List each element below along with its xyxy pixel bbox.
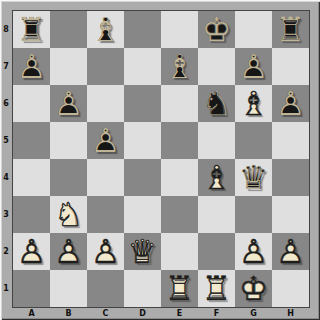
black-rook-icon[interactable]: ♜♖ (272, 11, 309, 48)
square-a3[interactable] (13, 196, 50, 233)
chess-board: ♜♖♝♗♚♔♜♖♟♙♝♗♟♙♟♙♞♘♝♗♟♙♟♙♝♗♛♕♞♘♟♙♟♙♟♙♛♕♟♙… (12, 10, 310, 308)
black-king-icon[interactable]: ♚♔ (198, 11, 235, 48)
white-bishop-icon[interactable]: ♝♗ (198, 159, 235, 196)
piece-outline-layer: ♗ (161, 48, 198, 85)
square-h3[interactable] (272, 196, 309, 233)
piece-outline-layer: ♖ (272, 11, 309, 48)
rank-label-7: 7 (0, 48, 12, 85)
square-a2[interactable]: ♟♙ (13, 233, 50, 270)
square-c3[interactable] (87, 196, 124, 233)
white-rook-icon[interactable]: ♜♖ (198, 270, 235, 307)
rank-label-5: 5 (0, 122, 12, 159)
square-d3[interactable] (124, 196, 161, 233)
square-c4[interactable] (87, 159, 124, 196)
square-c7[interactable] (87, 48, 124, 85)
rank-label-1: 1 (0, 270, 12, 307)
square-c5[interactable]: ♟♙ (87, 122, 124, 159)
square-b4[interactable] (50, 159, 87, 196)
square-a1[interactable] (13, 270, 50, 307)
white-queen-icon[interactable]: ♛♕ (124, 233, 161, 270)
piece-outline-layer: ♙ (272, 85, 309, 122)
square-h8[interactable]: ♜♖ (272, 11, 309, 48)
square-g7[interactable]: ♟♙ (235, 48, 272, 85)
square-e5[interactable] (161, 122, 198, 159)
square-g1[interactable]: ♚♔ (235, 270, 272, 307)
piece-outline-layer: ♘ (198, 85, 235, 122)
white-pawn-icon[interactable]: ♟♙ (235, 233, 272, 270)
piece-outline-layer: ♖ (198, 270, 235, 307)
white-pawn-icon[interactable]: ♟♙ (13, 233, 50, 270)
square-c8[interactable]: ♝♗ (87, 11, 124, 48)
square-b3[interactable]: ♞♘ (50, 196, 87, 233)
square-c1[interactable] (87, 270, 124, 307)
square-a6[interactable] (13, 85, 50, 122)
rank-label-8: 8 (0, 11, 12, 48)
piece-outline-layer: ♙ (13, 233, 50, 270)
rank-label-3: 3 (0, 196, 12, 233)
square-b6[interactable]: ♟♙ (50, 85, 87, 122)
piece-outline-layer: ♙ (272, 233, 309, 270)
piece-outline-layer: ♕ (235, 159, 272, 196)
square-h7[interactable] (272, 48, 309, 85)
square-h6[interactable]: ♟♙ (272, 85, 309, 122)
file-label-b: B (50, 307, 87, 320)
square-g8[interactable] (235, 11, 272, 48)
black-knight-icon[interactable]: ♞♘ (198, 85, 235, 122)
black-bishop-icon[interactable]: ♝♗ (161, 48, 198, 85)
square-h2[interactable]: ♟♙ (272, 233, 309, 270)
square-e3[interactable] (161, 196, 198, 233)
file-label-c: C (87, 307, 124, 320)
piece-outline-layer: ♗ (87, 11, 124, 48)
square-g3[interactable] (235, 196, 272, 233)
square-e7[interactable]: ♝♗ (161, 48, 198, 85)
piece-outline-layer: ♗ (198, 159, 235, 196)
square-b7[interactable] (50, 48, 87, 85)
white-king-icon[interactable]: ♚♔ (235, 270, 272, 307)
square-g6[interactable]: ♝♗ (235, 85, 272, 122)
rank-labels: 87654321 (0, 11, 12, 307)
piece-outline-layer: ♘ (50, 196, 87, 233)
white-bishop-icon[interactable]: ♝♗ (235, 85, 272, 122)
black-pawn-icon[interactable]: ♟♙ (272, 85, 309, 122)
square-f3[interactable] (198, 196, 235, 233)
square-d2[interactable]: ♛♕ (124, 233, 161, 270)
square-g4[interactable]: ♛♕ (235, 159, 272, 196)
square-d7[interactable] (124, 48, 161, 85)
square-e2[interactable] (161, 233, 198, 270)
black-bishop-icon[interactable]: ♝♗ (87, 11, 124, 48)
piece-outline-layer: ♖ (13, 11, 50, 48)
square-c6[interactable] (87, 85, 124, 122)
square-e1[interactable]: ♜♖ (161, 270, 198, 307)
square-a8[interactable]: ♜♖ (13, 11, 50, 48)
square-f2[interactable] (198, 233, 235, 270)
piece-outline-layer: ♙ (87, 122, 124, 159)
square-g2[interactable]: ♟♙ (235, 233, 272, 270)
piece-outline-layer: ♙ (13, 48, 50, 85)
square-a5[interactable] (13, 122, 50, 159)
square-g5[interactable] (235, 122, 272, 159)
black-pawn-icon[interactable]: ♟♙ (13, 48, 50, 85)
rank-label-6: 6 (0, 85, 12, 122)
square-f4[interactable]: ♝♗ (198, 159, 235, 196)
white-pawn-icon[interactable]: ♟♙ (50, 233, 87, 270)
white-pawn-icon[interactable]: ♟♙ (87, 233, 124, 270)
file-label-d: D (124, 307, 161, 320)
square-e8[interactable] (161, 11, 198, 48)
file-label-h: H (272, 307, 309, 320)
black-pawn-icon[interactable]: ♟♙ (235, 48, 272, 85)
square-h4[interactable] (272, 159, 309, 196)
white-rook-icon[interactable]: ♜♖ (161, 270, 198, 307)
file-labels: ABCDEFGH (13, 307, 309, 320)
square-e6[interactable] (161, 85, 198, 122)
piece-outline-layer: ♗ (235, 85, 272, 122)
square-b8[interactable] (50, 11, 87, 48)
square-a4[interactable] (13, 159, 50, 196)
white-pawn-icon[interactable]: ♟♙ (272, 233, 309, 270)
file-label-a: A (13, 307, 50, 320)
piece-outline-layer: ♙ (50, 85, 87, 122)
rank-label-2: 2 (0, 233, 12, 270)
square-f6[interactable]: ♞♘ (198, 85, 235, 122)
file-label-g: G (235, 307, 272, 320)
square-d5[interactable] (124, 122, 161, 159)
piece-outline-layer: ♕ (124, 233, 161, 270)
black-pawn-icon[interactable]: ♟♙ (50, 85, 87, 122)
square-h1[interactable] (272, 270, 309, 307)
piece-outline-layer: ♙ (87, 233, 124, 270)
square-h5[interactable] (272, 122, 309, 159)
black-pawn-icon[interactable]: ♟♙ (87, 122, 124, 159)
piece-outline-layer: ♙ (235, 233, 272, 270)
square-e4[interactable] (161, 159, 198, 196)
square-b5[interactable] (50, 122, 87, 159)
square-f8[interactable]: ♚♔ (198, 11, 235, 48)
file-label-f: F (198, 307, 235, 320)
square-d4[interactable] (124, 159, 161, 196)
chess-board-frame: 87654321 ♜♖♝♗♚♔♜♖♟♙♝♗♟♙♟♙♞♘♝♗♟♙♟♙♝♗♛♕♞♘♟… (0, 0, 320, 320)
square-d1[interactable] (124, 270, 161, 307)
square-b2[interactable]: ♟♙ (50, 233, 87, 270)
square-a7[interactable]: ♟♙ (13, 48, 50, 85)
black-rook-icon[interactable]: ♜♖ (13, 11, 50, 48)
square-f5[interactable] (198, 122, 235, 159)
piece-outline-layer: ♔ (235, 270, 272, 307)
square-c2[interactable]: ♟♙ (87, 233, 124, 270)
square-d8[interactable] (124, 11, 161, 48)
piece-outline-layer: ♔ (198, 11, 235, 48)
piece-outline-layer: ♖ (161, 270, 198, 307)
piece-outline-layer: ♙ (50, 233, 87, 270)
file-label-e: E (161, 307, 198, 320)
square-f7[interactable] (198, 48, 235, 85)
square-d6[interactable] (124, 85, 161, 122)
square-b1[interactable] (50, 270, 87, 307)
white-knight-icon[interactable]: ♞♘ (50, 196, 87, 233)
rank-label-4: 4 (0, 159, 12, 196)
square-f1[interactable]: ♜♖ (198, 270, 235, 307)
black-queen-icon[interactable]: ♛♕ (235, 159, 272, 196)
piece-outline-layer: ♙ (235, 48, 272, 85)
